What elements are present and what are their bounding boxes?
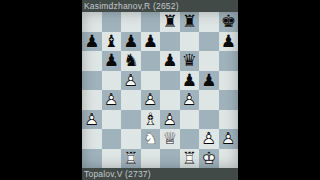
chess-panel: Kasimdzhanov,R (2652) ♜♜♚♟♝♟♟♟♟♞♟♛♟♙♟♟♟♙…: [82, 0, 238, 180]
square-f2[interactable]: [180, 129, 200, 149]
black-rook-icon[interactable]: ♜: [180, 12, 200, 32]
square-h6[interactable]: [219, 51, 239, 71]
square-d1[interactable]: [141, 149, 161, 169]
square-b5[interactable]: [102, 71, 122, 91]
white-pawn-icon[interactable]: ♟♙: [141, 90, 161, 110]
black-rook-icon[interactable]: ♜: [160, 12, 180, 32]
square-c1[interactable]: ♜♖: [121, 149, 141, 169]
white-pawn-icon[interactable]: ♟♙: [82, 110, 102, 130]
square-h1[interactable]: [219, 149, 239, 169]
white-pawn-icon[interactable]: ♟♙: [121, 71, 141, 91]
black-bishop-icon[interactable]: ♝: [102, 32, 122, 52]
square-e5[interactable]: [160, 71, 180, 91]
square-h4[interactable]: [219, 90, 239, 110]
square-g2[interactable]: ♟♙: [199, 129, 219, 149]
white-pawn-icon[interactable]: ♟♙: [102, 90, 122, 110]
square-b4[interactable]: ♟♙: [102, 90, 122, 110]
square-e6[interactable]: ♟: [160, 51, 180, 71]
square-f8[interactable]: ♜: [180, 12, 200, 32]
square-f3[interactable]: [180, 110, 200, 130]
white-king-icon[interactable]: ♚♔: [199, 149, 219, 169]
square-g6[interactable]: [199, 51, 219, 71]
white-queen-icon[interactable]: ♛♕: [160, 129, 180, 149]
square-d7[interactable]: ♟: [141, 32, 161, 52]
square-f1[interactable]: ♜♖: [180, 149, 200, 169]
white-rook-icon[interactable]: ♜♖: [180, 149, 200, 169]
square-c6[interactable]: ♞: [121, 51, 141, 71]
square-e4[interactable]: [160, 90, 180, 110]
square-b8[interactable]: [102, 12, 122, 32]
square-a2[interactable]: [82, 129, 102, 149]
black-knight-icon[interactable]: ♞: [121, 51, 141, 71]
square-d8[interactable]: [141, 12, 161, 32]
white-piece-outline: ♖: [121, 149, 141, 169]
square-f7[interactable]: [180, 32, 200, 52]
square-b1[interactable]: [102, 149, 122, 169]
black-pawn-icon[interactable]: ♟: [180, 71, 200, 91]
white-pawn-icon[interactable]: ♟♙: [180, 90, 200, 110]
bottom-player-bar: Topalov,V (2737): [82, 168, 238, 180]
square-g3[interactable]: [199, 110, 219, 130]
square-d5[interactable]: [141, 71, 161, 91]
square-a5[interactable]: [82, 71, 102, 91]
white-player-label: Topalov,V (2737): [84, 169, 151, 179]
square-e2[interactable]: ♛♕: [160, 129, 180, 149]
black-player-label: Kasimdzhanov,R (2652): [84, 1, 179, 11]
white-piece-outline: ♖: [180, 149, 200, 169]
white-piece-outline: ♙: [219, 129, 239, 149]
square-f5[interactable]: ♟: [180, 71, 200, 91]
white-piece-outline: ♔: [199, 149, 219, 169]
white-rook-icon[interactable]: ♜♖: [121, 149, 141, 169]
square-a6[interactable]: [82, 51, 102, 71]
white-bishop-icon[interactable]: ♝♗: [141, 110, 161, 130]
square-e3[interactable]: ♟♙: [160, 110, 180, 130]
chess-board[interactable]: ♜♜♚♟♝♟♟♟♟♞♟♛♟♙♟♟♟♙♟♙♟♙♟♙♝♗♟♙♞♘♛♕♟♙♟♙♜♖♜♖…: [82, 12, 238, 168]
square-a3[interactable]: ♟♙: [82, 110, 102, 130]
white-piece-outline: ♙: [199, 129, 219, 149]
square-e1[interactable]: [160, 149, 180, 169]
square-f4[interactable]: ♟♙: [180, 90, 200, 110]
black-king-icon[interactable]: ♚: [219, 12, 239, 32]
black-pawn-icon[interactable]: ♟: [121, 32, 141, 52]
white-piece-outline: ♕: [160, 129, 180, 149]
top-player-bar: Kasimdzhanov,R (2652): [82, 0, 238, 12]
square-e8[interactable]: ♜: [160, 12, 180, 32]
white-piece-outline: ♙: [102, 90, 122, 110]
black-pawn-icon[interactable]: ♟: [199, 71, 219, 91]
square-c8[interactable]: [121, 12, 141, 32]
black-queen-icon[interactable]: ♛: [180, 51, 200, 71]
square-h2[interactable]: ♟♙: [219, 129, 239, 149]
square-g8[interactable]: [199, 12, 219, 32]
square-a8[interactable]: [82, 12, 102, 32]
black-pawn-icon[interactable]: ♟: [160, 51, 180, 71]
square-h3[interactable]: [219, 110, 239, 130]
square-d3[interactable]: ♝♗: [141, 110, 161, 130]
square-a4[interactable]: [82, 90, 102, 110]
square-h5[interactable]: [219, 71, 239, 91]
square-c2[interactable]: [121, 129, 141, 149]
white-pawn-icon[interactable]: ♟♙: [199, 129, 219, 149]
square-c3[interactable]: [121, 110, 141, 130]
black-pawn-icon[interactable]: ♟: [141, 32, 161, 52]
square-b3[interactable]: [102, 110, 122, 130]
white-piece-outline: ♙: [82, 110, 102, 130]
square-d6[interactable]: [141, 51, 161, 71]
square-b2[interactable]: [102, 129, 122, 149]
white-piece-outline: ♙: [180, 90, 200, 110]
square-h7[interactable]: ♟: [219, 32, 239, 52]
square-b7[interactable]: ♝: [102, 32, 122, 52]
square-a7[interactable]: ♟: [82, 32, 102, 52]
white-knight-icon[interactable]: ♞♘: [141, 129, 161, 149]
white-piece-outline: ♘: [141, 129, 161, 149]
white-piece-outline: ♙: [160, 110, 180, 130]
square-f6[interactable]: ♛: [180, 51, 200, 71]
white-pawn-icon[interactable]: ♟♙: [219, 129, 239, 149]
white-piece-outline: ♙: [121, 71, 141, 91]
square-d2[interactable]: ♞♘: [141, 129, 161, 149]
square-c7[interactable]: ♟: [121, 32, 141, 52]
square-d4[interactable]: ♟♙: [141, 90, 161, 110]
white-piece-outline: ♙: [141, 90, 161, 110]
square-h8[interactable]: ♚: [219, 12, 239, 32]
square-g7[interactable]: [199, 32, 219, 52]
square-c5[interactable]: ♟♙: [121, 71, 141, 91]
black-pawn-icon[interactable]: ♟: [82, 32, 102, 52]
square-b6[interactable]: ♟: [102, 51, 122, 71]
square-c4[interactable]: [121, 90, 141, 110]
white-pawn-icon[interactable]: ♟♙: [160, 110, 180, 130]
square-g5[interactable]: ♟: [199, 71, 219, 91]
square-g4[interactable]: [199, 90, 219, 110]
app-window: Kasimdzhanov,R (2652) ♜♜♚♟♝♟♟♟♟♞♟♛♟♙♟♟♟♙…: [0, 0, 320, 180]
square-e7[interactable]: [160, 32, 180, 52]
white-piece-outline: ♗: [141, 110, 161, 130]
black-pawn-icon[interactable]: ♟: [219, 32, 239, 52]
black-pawn-icon[interactable]: ♟: [102, 51, 122, 71]
square-a1[interactable]: [82, 149, 102, 169]
square-g1[interactable]: ♚♔: [199, 149, 219, 169]
